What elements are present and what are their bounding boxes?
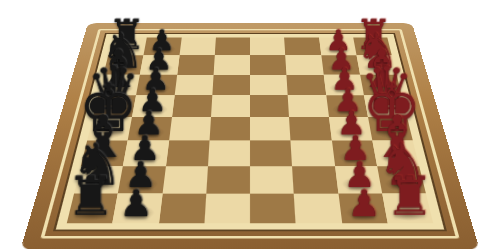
square-r2c3 <box>212 75 250 95</box>
square-r5c5 <box>291 141 335 166</box>
square-r7c7: ♜ <box>382 193 433 223</box>
square-r0c3 <box>215 37 250 55</box>
square-r7c2 <box>158 193 206 223</box>
square-r4c5 <box>289 117 331 141</box>
red-pawn-piece: ♟ <box>347 187 380 220</box>
square-r2c2 <box>174 75 213 95</box>
square-r7c4 <box>250 193 296 223</box>
square-r5c3 <box>208 141 250 166</box>
square-r3c3 <box>211 95 250 117</box>
square-r7c0: ♜ <box>67 193 118 223</box>
square-r6c2 <box>162 166 208 193</box>
square-r0c4 <box>250 37 285 55</box>
square-r4c4 <box>250 117 291 141</box>
square-r7c3 <box>204 193 250 223</box>
squares-grid: ♜♟♟♜♞♟♟♞♝♟♟♝♛♟♟♛♚♟♟♚♝♟♟♝♞♟♟♞♜♟♟♜ <box>67 37 433 223</box>
square-r7c6: ♟ <box>338 193 387 223</box>
square-r2c5 <box>287 75 326 95</box>
chess-set-product-photo: ♜♟♟♜♞♟♟♞♝♟♟♝♛♟♟♛♚♟♟♚♝♟♟♝♞♟♟♞♜♟♟♜ <box>0 0 500 249</box>
black-pawn-piece: ♟ <box>119 187 152 220</box>
square-r4c2 <box>169 117 211 141</box>
square-r6c3 <box>206 166 250 193</box>
square-r3c2 <box>172 95 213 117</box>
square-r5c4 <box>250 141 292 166</box>
red-rook-piece: ♜ <box>386 173 434 221</box>
square-r0c5 <box>284 37 321 55</box>
square-r6c4 <box>250 166 294 193</box>
square-r5c2 <box>165 141 209 166</box>
square-r2c4 <box>250 75 288 95</box>
square-r1c3 <box>213 55 250 74</box>
chess-board-frame: ♜♟♟♜♞♟♟♞♝♟♟♝♛♟♟♛♚♟♟♚♝♟♟♝♞♟♟♞♜♟♟♜ <box>20 23 480 249</box>
board-3d-wrapper: ♜♟♟♜♞♟♟♞♝♟♟♝♛♟♟♛♚♟♟♚♝♟♟♝♞♟♟♞♜♟♟♜ <box>20 23 480 249</box>
square-r3c5 <box>288 95 329 117</box>
square-r0c2 <box>179 37 216 55</box>
square-r1c2 <box>177 55 215 74</box>
square-r1c4 <box>250 55 287 74</box>
square-r1c5 <box>285 55 323 74</box>
square-r3c4 <box>250 95 289 117</box>
playfield-border: ♜♟♟♜♞♟♟♞♝♟♟♝♛♟♟♛♚♟♟♚♝♟♟♝♞♟♟♞♜♟♟♜ <box>53 33 447 231</box>
black-rook-piece: ♜ <box>66 173 114 221</box>
square-r7c5 <box>294 193 342 223</box>
frame-inlay-line: ♜♟♟♜♞♟♟♞♝♟♟♝♛♟♟♛♚♟♟♚♝♟♟♝♞♟♟♞♜♟♟♜ <box>40 29 459 238</box>
square-r7c1: ♟ <box>113 193 162 223</box>
square-r6c5 <box>292 166 338 193</box>
square-r4c3 <box>209 117 250 141</box>
